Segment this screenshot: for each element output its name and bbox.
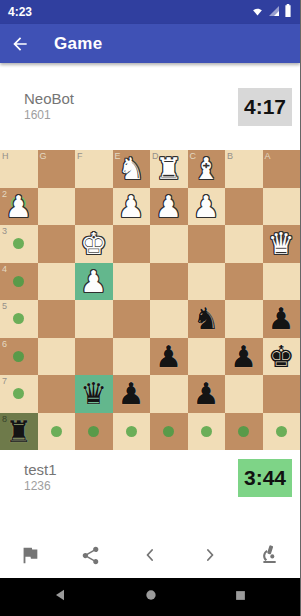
nav-home-button[interactable]: [143, 587, 159, 607]
square-b7[interactable]: [225, 375, 263, 413]
back-arrow-button[interactable]: [0, 24, 40, 63]
legal-move-dot-a8: [276, 426, 287, 437]
square-d5[interactable]: [150, 300, 188, 338]
black-pawn-a5: ♟: [263, 300, 301, 338]
square-a8[interactable]: [263, 413, 301, 451]
square-g6[interactable]: [38, 338, 76, 376]
square-g8[interactable]: [38, 413, 76, 451]
square-f2[interactable]: [75, 188, 113, 226]
square-f4[interactable]: ♟: [75, 263, 113, 301]
square-a2[interactable]: [263, 188, 301, 226]
square-c3[interactable]: [188, 225, 226, 263]
square-a3[interactable]: ♛: [263, 225, 301, 263]
square-c8[interactable]: [188, 413, 226, 451]
square-g1[interactable]: G: [38, 150, 76, 188]
resign-flag-button[interactable]: [10, 537, 50, 577]
black-pawn-e7: ♟: [113, 375, 151, 413]
square-e1[interactable]: E♞: [113, 150, 151, 188]
square-f3[interactable]: ♚: [75, 225, 113, 263]
share-button[interactable]: [70, 537, 110, 577]
square-a5[interactable]: ♟: [263, 300, 301, 338]
legal-move-dot-h5: [13, 313, 24, 324]
square-d7[interactable]: [150, 375, 188, 413]
square-c1[interactable]: C♝: [188, 150, 226, 188]
square-h5[interactable]: 5: [0, 300, 38, 338]
square-h7[interactable]: 7: [0, 375, 38, 413]
square-h3[interactable]: 3: [0, 225, 38, 263]
nav-recents-button[interactable]: [233, 588, 248, 607]
white-pawn-e2: ♟: [113, 188, 151, 226]
black-king-a6: ♚: [263, 338, 301, 376]
file-label-e1: E: [115, 151, 121, 161]
android-nav-bar: [0, 578, 300, 616]
black-pawn-d6: ♟: [150, 338, 188, 376]
square-h1[interactable]: H: [0, 150, 38, 188]
analysis-button[interactable]: [250, 537, 290, 577]
previous-move-button[interactable]: [130, 537, 170, 577]
square-h4[interactable]: 4: [0, 263, 38, 301]
square-d1[interactable]: D♜: [150, 150, 188, 188]
square-g7[interactable]: [38, 375, 76, 413]
app-bar: Game: [0, 24, 300, 63]
square-d4[interactable]: [150, 263, 188, 301]
black-queen-f7: ♛: [75, 375, 113, 413]
bottom-player-info: test1 1236: [24, 461, 57, 494]
square-c2[interactable]: ♟: [188, 188, 226, 226]
status-bar: 4:23: [0, 0, 300, 24]
square-g2[interactable]: [38, 188, 76, 226]
square-b5[interactable]: [225, 300, 263, 338]
next-move-button[interactable]: [190, 537, 230, 577]
square-b8[interactable]: [225, 413, 263, 451]
square-c7[interactable]: ♟: [188, 375, 226, 413]
white-queen-a3: ♛: [263, 225, 301, 263]
file-label-a1: A: [265, 151, 271, 161]
file-label-c1: C: [190, 151, 197, 161]
rank-label-h6: 6: [2, 339, 7, 349]
square-b1[interactable]: B: [225, 150, 263, 188]
chess-board[interactable]: HGFE♞D♜C♝BA2♟♟♟♟3♚♛4♟5♞♟6♟♟♚7♛♟♟8♜: [0, 150, 300, 450]
black-knight-c5: ♞: [188, 300, 226, 338]
legal-move-dot-g8: [51, 426, 62, 437]
bottom-player-name: test1: [24, 461, 57, 479]
black-pawn-c7: ♟: [188, 375, 226, 413]
square-g5[interactable]: [38, 300, 76, 338]
share-icon: [80, 545, 101, 570]
square-d6[interactable]: ♟: [150, 338, 188, 376]
square-e7[interactable]: ♟: [113, 375, 151, 413]
legal-move-dot-h6: [13, 351, 24, 362]
square-a6[interactable]: ♚: [263, 338, 301, 376]
white-pawn-d2: ♟: [150, 188, 188, 226]
square-d3[interactable]: [150, 225, 188, 263]
bottom-player-clock: 3:44: [238, 459, 292, 497]
rank-label-h2: 2: [2, 189, 7, 199]
legal-move-dot-e8: [126, 426, 137, 437]
bottom-player-row: test1 1236 3:44: [0, 450, 300, 505]
top-player-rating: 1601: [24, 108, 74, 123]
square-g4[interactable]: [38, 263, 76, 301]
file-label-h1: H: [2, 151, 9, 161]
square-b6[interactable]: ♟: [225, 338, 263, 376]
legal-move-dot-h3: [13, 238, 24, 249]
cell-signal-icon: [268, 3, 280, 21]
square-a7[interactable]: [263, 375, 301, 413]
analysis-microscope-icon: [259, 544, 281, 570]
top-player-clock: 4:17: [238, 88, 292, 126]
wifi-icon: [251, 3, 264, 21]
rank-label-h4: 4: [2, 264, 7, 274]
square-f5[interactable]: [75, 300, 113, 338]
square-c5[interactable]: ♞: [188, 300, 226, 338]
square-f1[interactable]: F: [75, 150, 113, 188]
nav-back-button[interactable]: [52, 587, 68, 607]
white-pawn-f4: ♟: [75, 263, 113, 301]
white-king-f3: ♚: [75, 225, 113, 263]
square-g3[interactable]: [38, 225, 76, 263]
square-b2[interactable]: [225, 188, 263, 226]
resign-flag-icon: [19, 544, 41, 570]
rank-label-h5: 5: [2, 301, 7, 311]
rank-label-h3: 3: [2, 226, 7, 236]
square-h2[interactable]: 2♟: [0, 188, 38, 226]
square-h6[interactable]: 6: [0, 338, 38, 376]
square-e4[interactable]: [113, 263, 151, 301]
square-f6[interactable]: [75, 338, 113, 376]
square-b4[interactable]: [225, 263, 263, 301]
top-player-row: NeoBot 1601 4:17: [0, 63, 300, 150]
black-pawn-b6: ♟: [225, 338, 263, 376]
page-title: Game: [54, 34, 102, 54]
top-player-info: NeoBot 1601: [24, 90, 74, 123]
square-d2[interactable]: ♟: [150, 188, 188, 226]
square-e6[interactable]: [113, 338, 151, 376]
game-toolbar: [0, 536, 300, 578]
chess-app-screen: 4:23 Game NeoBot 1601 4:17 HGFE♞D♜C♝BA2♟…: [0, 0, 300, 616]
square-h8[interactable]: 8♜: [0, 413, 38, 451]
file-label-g1: G: [40, 151, 47, 161]
previous-move-icon: [140, 545, 160, 569]
file-label-f1: F: [77, 151, 83, 161]
status-icons: [251, 3, 292, 21]
rank-label-h8: 8: [2, 414, 7, 424]
legal-move-dot-c8: [201, 426, 212, 437]
square-c6[interactable]: [188, 338, 226, 376]
square-e5[interactable]: [113, 300, 151, 338]
status-time: 4:23: [8, 5, 32, 19]
square-f8[interactable]: [75, 413, 113, 451]
square-a4[interactable]: [263, 263, 301, 301]
legal-move-dot-d8: [163, 426, 174, 437]
square-b3[interactable]: [225, 225, 263, 263]
legal-move-dot-f8: [88, 426, 99, 437]
square-d8[interactable]: [150, 413, 188, 451]
square-e8[interactable]: [113, 413, 151, 451]
square-e2[interactable]: ♟: [113, 188, 151, 226]
rank-label-h7: 7: [2, 376, 7, 386]
file-label-d1: D: [152, 151, 159, 161]
file-label-b1: B: [227, 151, 233, 161]
battery-icon: [284, 3, 292, 21]
legal-move-dot-b8: [238, 426, 249, 437]
bottom-player-rating: 1236: [24, 479, 57, 494]
square-f7[interactable]: ♛: [75, 375, 113, 413]
top-player-name: NeoBot: [24, 90, 74, 108]
square-e3[interactable]: [113, 225, 151, 263]
square-a1[interactable]: A: [263, 150, 301, 188]
legal-move-dot-h4: [13, 276, 24, 287]
white-pawn-c2: ♟: [188, 188, 226, 226]
next-move-icon: [200, 545, 220, 569]
square-c4[interactable]: [188, 263, 226, 301]
legal-move-dot-h7: [13, 388, 24, 399]
